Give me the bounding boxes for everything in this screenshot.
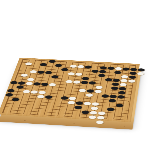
stone-white[interactable]: ● (30, 90, 39, 95)
stone-black[interactable]: ● (86, 89, 95, 94)
stone-black[interactable]: ● (75, 101, 84, 106)
stone-white[interactable]: ● (88, 115, 97, 120)
stone-black[interactable]: ● (51, 75, 60, 79)
hoshi-point (80, 98, 81, 99)
stone-white[interactable]: ● (89, 110, 98, 115)
stone-black[interactable]: ● (109, 94, 118, 99)
stone-black[interactable]: ● (39, 62, 48, 66)
hoshi-point (86, 74, 87, 75)
stone-white[interactable]: ● (78, 88, 87, 93)
stone-black[interactable]: ● (101, 94, 110, 99)
stone-black[interactable]: ● (117, 94, 126, 99)
stone-white[interactable]: ● (38, 90, 47, 95)
stone-black[interactable]: ● (81, 110, 90, 115)
stone-white[interactable]: ● (91, 101, 100, 106)
stone-black[interactable]: ● (74, 105, 83, 110)
hoshi-point (128, 101, 129, 102)
stone-black[interactable]: ● (5, 92, 14, 97)
stone-white[interactable]: ● (48, 82, 57, 86)
stone-white[interactable]: ● (90, 106, 99, 111)
stone-white[interactable]: ● (128, 79, 136, 83)
stone-black[interactable]: ● (6, 88, 15, 93)
stone-black[interactable]: ● (16, 85, 25, 89)
stone-white[interactable]: ● (95, 85, 104, 89)
stone-white[interactable]: ● (24, 62, 33, 66)
photo-canvas: ●●●●●●●●●●●●●●●●●●●●●●●●●●●●●●●●●●●●●●●●… (0, 0, 150, 150)
stone-white[interactable]: ● (97, 111, 106, 116)
stone-white[interactable]: ● (94, 89, 103, 94)
stone-white[interactable]: ● (85, 93, 94, 98)
stone-white[interactable]: ● (96, 115, 105, 120)
stone-black[interactable]: ● (44, 95, 53, 100)
stone-white[interactable]: ● (137, 71, 145, 75)
stone-white[interactable]: ● (68, 96, 77, 101)
stone-white[interactable]: ● (36, 94, 45, 99)
stone-black[interactable]: ● (118, 86, 127, 90)
stone-black[interactable]: ● (11, 97, 20, 102)
stone-black[interactable]: ● (118, 90, 127, 95)
stone-black[interactable]: ● (108, 98, 117, 103)
hoshi-point (32, 96, 33, 97)
board-scene: ●●●●●●●●●●●●●●●●●●●●●●●●●●●●●●●●●●●●●●●●… (0, 0, 150, 150)
stone-white[interactable]: ● (83, 101, 92, 106)
stone-white[interactable]: ● (22, 89, 31, 94)
board-grid: ●●●●●●●●●●●●●●●●●●●●●●●●●●●●●●●●●●●●●●●●… (0, 58, 140, 123)
stone-white[interactable]: ● (67, 100, 76, 105)
stone-black[interactable]: ● (106, 107, 115, 112)
go-board: ●●●●●●●●●●●●●●●●●●●●●●●●●●●●●●●●●●●●●●●●… (0, 58, 140, 123)
stone-black[interactable]: ● (115, 103, 124, 108)
stone-black[interactable]: ● (60, 95, 69, 100)
